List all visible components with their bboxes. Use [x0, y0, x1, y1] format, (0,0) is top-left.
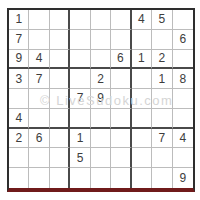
- cell-r5c4[interactable]: 7: [70, 89, 90, 109]
- cell-r1c5[interactable]: [91, 10, 111, 30]
- cell-r8c9[interactable]: [173, 148, 193, 168]
- given-digit: 2: [97, 73, 104, 85]
- given-digit: 4: [138, 13, 145, 25]
- cell-r7c8[interactable]: 7: [152, 129, 172, 149]
- cell-r9c2[interactable]: [29, 168, 49, 188]
- cell-r6c8[interactable]: [152, 109, 172, 129]
- cell-r5c7[interactable]: [132, 89, 152, 109]
- cell-r9c4[interactable]: [70, 168, 90, 188]
- cell-r9c1[interactable]: [9, 168, 29, 188]
- cell-r1c6[interactable]: [111, 10, 131, 30]
- given-digit: 7: [15, 33, 22, 45]
- cell-r7c3[interactable]: [50, 129, 70, 149]
- cell-r4c7[interactable]: [132, 69, 152, 89]
- cell-r2c1[interactable]: 7: [9, 30, 29, 50]
- cell-r4c9[interactable]: 8: [173, 69, 193, 89]
- given-digit: 8: [179, 73, 186, 85]
- cell-r8c8[interactable]: [152, 148, 172, 168]
- cell-r4c4[interactable]: [70, 69, 90, 89]
- given-digit: 4: [36, 52, 43, 64]
- given-digit: 5: [158, 13, 165, 25]
- cell-r4c5[interactable]: 2: [91, 69, 111, 89]
- cell-r2c8[interactable]: [152, 30, 172, 50]
- cell-r5c9[interactable]: [173, 89, 193, 109]
- cell-r9c7[interactable]: [132, 168, 152, 188]
- cell-r7c7[interactable]: [132, 129, 152, 149]
- given-digit: 1: [77, 132, 84, 144]
- cell-r3c2[interactable]: 4: [29, 50, 49, 70]
- given-digit: 9: [179, 172, 186, 184]
- cell-r7c5[interactable]: [91, 129, 111, 149]
- cell-r7c1[interactable]: 2: [9, 129, 29, 149]
- cell-r2c6[interactable]: [111, 30, 131, 50]
- given-digit: 1: [158, 73, 165, 85]
- cell-r7c2[interactable]: 6: [29, 129, 49, 149]
- given-digit: 1: [138, 52, 145, 64]
- cell-r3c5[interactable]: [91, 50, 111, 70]
- cell-r2c7[interactable]: [132, 30, 152, 50]
- cell-r7c4[interactable]: 1: [70, 129, 90, 149]
- cell-r8c4[interactable]: 5: [70, 148, 90, 168]
- cell-r9c9[interactable]: 9: [173, 168, 193, 188]
- cell-r5c6[interactable]: [111, 89, 131, 109]
- cell-r1c8[interactable]: 5: [152, 10, 172, 30]
- cell-r6c2[interactable]: [29, 109, 49, 129]
- cell-r3c3[interactable]: [50, 50, 70, 70]
- sudoku-grid: 1457694612372187942617459: [9, 10, 193, 188]
- cell-r3c4[interactable]: [70, 50, 90, 70]
- cell-r5c3[interactable]: [50, 89, 70, 109]
- given-digit: 6: [117, 52, 124, 64]
- cell-r3c8[interactable]: 2: [152, 50, 172, 70]
- cell-r8c2[interactable]: [29, 148, 49, 168]
- cell-r6c9[interactable]: [173, 109, 193, 129]
- given-digit: 4: [15, 112, 22, 124]
- given-digit: 2: [158, 52, 165, 64]
- given-digit: 7: [158, 132, 165, 144]
- given-digit: 6: [36, 132, 43, 144]
- cell-r9c3[interactable]: [50, 168, 70, 188]
- given-digit: 1: [15, 13, 22, 25]
- cell-r2c9[interactable]: 6: [173, 30, 193, 50]
- cell-r2c5[interactable]: [91, 30, 111, 50]
- given-digit: 2: [15, 132, 22, 144]
- cell-r6c1[interactable]: 4: [9, 109, 29, 129]
- cell-r4c8[interactable]: 1: [152, 69, 172, 89]
- cell-r1c2[interactable]: [29, 10, 49, 30]
- cell-r1c3[interactable]: [50, 10, 70, 30]
- cell-r6c3[interactable]: [50, 109, 70, 129]
- cell-r2c2[interactable]: [29, 30, 49, 50]
- cell-r6c7[interactable]: [132, 109, 152, 129]
- cell-r9c5[interactable]: [91, 168, 111, 188]
- sudoku-board: © LiveSudoku.com 14576946123721879426174…: [7, 8, 195, 192]
- cell-r2c4[interactable]: [70, 30, 90, 50]
- given-digit: 7: [77, 92, 84, 104]
- cell-r5c8[interactable]: [152, 89, 172, 109]
- cell-r1c9[interactable]: [173, 10, 193, 30]
- cell-r7c9[interactable]: 4: [173, 129, 193, 149]
- given-digit: 6: [179, 33, 186, 45]
- cell-r8c5[interactable]: [91, 148, 111, 168]
- cell-r3c9[interactable]: [173, 50, 193, 70]
- cell-r4c1[interactable]: 3: [9, 69, 29, 89]
- cell-r6c4[interactable]: [70, 109, 90, 129]
- given-digit: 7: [36, 73, 43, 85]
- cell-r1c1[interactable]: 1: [9, 10, 29, 30]
- cell-r6c5[interactable]: [91, 109, 111, 129]
- cell-r6c6[interactable]: [111, 109, 131, 129]
- cell-r8c1[interactable]: [9, 148, 29, 168]
- cell-r8c7[interactable]: [132, 148, 152, 168]
- cell-r3c7[interactable]: 1: [132, 50, 152, 70]
- cell-r1c4[interactable]: [70, 10, 90, 30]
- cell-r4c6[interactable]: [111, 69, 131, 89]
- cell-r4c2[interactable]: 7: [29, 69, 49, 89]
- cell-r4c3[interactable]: [50, 69, 70, 89]
- cell-r2c3[interactable]: [50, 30, 70, 50]
- cell-r7c6[interactable]: [111, 129, 131, 149]
- given-digit: 9: [97, 92, 104, 104]
- cell-r9c8[interactable]: [152, 168, 172, 188]
- given-digit: 4: [179, 132, 186, 144]
- cell-r9c6[interactable]: [111, 168, 131, 188]
- cell-r8c3[interactable]: [50, 148, 70, 168]
- cell-r8c6[interactable]: [111, 148, 131, 168]
- given-digit: 3: [15, 73, 22, 85]
- given-digit: 5: [77, 152, 84, 164]
- cell-r5c1[interactable]: [9, 89, 29, 109]
- given-digit: 9: [15, 52, 22, 64]
- cell-r1c7[interactable]: 4: [132, 10, 152, 30]
- cell-r3c6[interactable]: 6: [111, 50, 131, 70]
- cell-r3c1[interactable]: 9: [9, 50, 29, 70]
- cell-r5c2[interactable]: [29, 89, 49, 109]
- cell-r5c5[interactable]: 9: [91, 89, 111, 109]
